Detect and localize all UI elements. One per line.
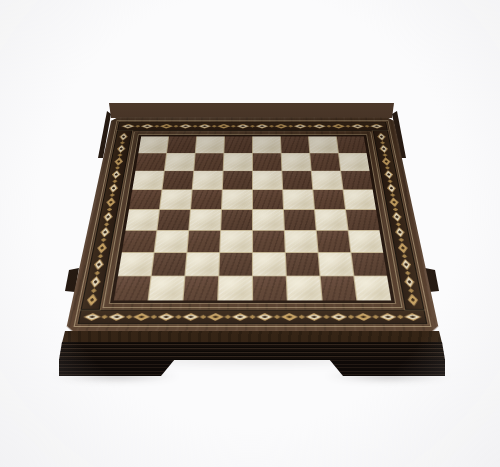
square-f8[interactable] <box>281 136 309 152</box>
inlay-dot-icon <box>125 315 132 319</box>
square-g5[interactable] <box>313 190 345 209</box>
square-d2[interactable] <box>219 253 252 276</box>
inlay-diamond-icon <box>116 145 126 153</box>
inlay-diamond-icon <box>89 276 101 288</box>
square-e7[interactable] <box>253 153 281 170</box>
inlay-dot-icon <box>395 222 401 226</box>
inlay-diamond-icon <box>403 313 422 321</box>
square-e1[interactable] <box>253 276 287 300</box>
inlay-dot-icon <box>104 222 110 226</box>
inlay-dot-icon <box>364 125 370 128</box>
inlay-diamond-icon <box>119 133 129 141</box>
inlay-dot-icon <box>288 125 293 128</box>
inlay-diamond-icon <box>255 124 268 129</box>
inlay-dot-icon <box>382 153 387 156</box>
board-shadow-left-foot <box>54 370 178 382</box>
square-h2[interactable] <box>351 253 387 276</box>
inlay-diamond-icon <box>400 259 412 270</box>
inlay-dot-icon <box>112 179 118 183</box>
inlay-dot-icon <box>401 254 407 258</box>
inlay-dot-icon <box>385 166 390 170</box>
inlay-diamond-icon <box>274 124 288 129</box>
inlay-diamond-icon <box>384 170 394 179</box>
board-shadow-center <box>70 354 435 366</box>
inlay-diamond-icon <box>330 313 348 321</box>
inlay-diamond-icon <box>403 276 415 288</box>
inlay-diamond-icon <box>93 259 105 270</box>
inlay-dot-icon <box>192 125 198 128</box>
square-c6[interactable] <box>193 171 223 189</box>
inlay-diamond-icon <box>381 157 391 166</box>
inlay-diamond-icon <box>114 157 124 166</box>
square-e2[interactable] <box>253 253 286 276</box>
square-b2[interactable] <box>152 253 187 276</box>
inlay-diamond-icon <box>293 124 307 129</box>
square-a6[interactable] <box>132 171 163 189</box>
inlay-dot-icon <box>97 254 103 258</box>
square-b8[interactable] <box>167 136 196 152</box>
inlay-dot-icon <box>175 315 182 319</box>
inlay-dot-icon <box>298 315 305 319</box>
inlay-diamond-icon <box>111 170 121 179</box>
inlay-diamond-icon <box>140 124 154 129</box>
inlay-diamond-icon <box>391 212 402 222</box>
square-a2[interactable] <box>118 253 154 276</box>
inlay-dot-icon <box>408 288 414 293</box>
square-f2[interactable] <box>286 253 320 276</box>
inlay-dot-icon <box>393 207 399 211</box>
inlay-diamond-icon <box>108 313 126 321</box>
inlay-dot-icon <box>91 288 97 293</box>
square-h8[interactable] <box>337 136 367 152</box>
inlay-diamond-icon <box>105 197 116 207</box>
inlay-dot-icon <box>173 125 179 128</box>
inlay-diamond-icon <box>236 124 249 129</box>
inlay-diamond-icon <box>198 124 212 129</box>
square-h4[interactable] <box>346 210 379 230</box>
inlay-diamond-icon <box>86 294 98 306</box>
square-h5[interactable] <box>344 190 376 209</box>
square-e5[interactable] <box>253 190 283 209</box>
board-top-face <box>65 117 439 332</box>
square-b6[interactable] <box>163 171 194 189</box>
inlay-diamond-icon <box>370 124 384 129</box>
inlay-diamond-icon <box>305 313 323 321</box>
square-f6[interactable] <box>282 171 312 189</box>
inlay-dot-icon <box>269 125 274 128</box>
square-h6[interactable] <box>341 171 372 189</box>
inlay-dot-icon <box>94 271 100 276</box>
square-a8[interactable] <box>138 136 168 152</box>
square-c3[interactable] <box>187 231 220 252</box>
inlay-diamond-icon <box>351 124 365 129</box>
square-a5[interactable] <box>129 190 161 209</box>
board-frame <box>65 117 439 332</box>
inlay-dot-icon <box>380 141 385 144</box>
inlay-diamond-icon <box>256 313 273 321</box>
square-g7[interactable] <box>310 153 340 170</box>
inlay-dot-icon <box>115 166 120 170</box>
square-e6[interactable] <box>253 171 282 189</box>
inlay-dot-icon <box>249 315 256 319</box>
inlay-band-bottom <box>78 310 428 325</box>
inlay-dot-icon <box>109 193 115 197</box>
inlay-dot-icon <box>200 315 207 319</box>
square-c2[interactable] <box>186 253 220 276</box>
square-f1[interactable] <box>287 276 322 300</box>
inlay-diamond-icon <box>394 227 405 237</box>
square-g6[interactable] <box>312 171 343 189</box>
inlay-dot-icon <box>397 315 405 319</box>
square-e8[interactable] <box>253 136 281 152</box>
inlay-dot-icon <box>117 153 122 156</box>
inlay-diamond-icon <box>397 243 409 254</box>
inlay-diamond-icon <box>332 124 346 129</box>
inlay-band-top <box>117 122 388 131</box>
inlay-dot-icon <box>347 315 354 319</box>
square-d5[interactable] <box>222 190 252 209</box>
square-e3[interactable] <box>253 231 285 252</box>
inlay-diamond-icon <box>108 183 119 192</box>
square-b1[interactable] <box>149 276 185 300</box>
square-g3[interactable] <box>317 231 351 252</box>
square-h1[interactable] <box>354 276 391 300</box>
inlay-dot-icon <box>231 125 236 128</box>
inlay-dot-icon <box>224 315 231 319</box>
inlay-dot-icon <box>250 125 255 128</box>
square-d6[interactable] <box>223 171 252 189</box>
square-c4[interactable] <box>189 210 221 230</box>
inlay-dot-icon <box>154 125 160 128</box>
chessboard-grid <box>114 136 391 300</box>
inlay-dot-icon <box>405 271 411 276</box>
inlay-diamond-icon <box>379 145 389 153</box>
square-d3[interactable] <box>220 231 252 252</box>
square-c5[interactable] <box>191 190 222 209</box>
inlay-diamond-icon <box>83 313 102 321</box>
inlay-dot-icon <box>345 125 351 128</box>
square-g1[interactable] <box>321 276 357 300</box>
square-c7[interactable] <box>194 153 223 170</box>
inlay-dot-icon <box>390 193 396 197</box>
inlay-diamond-icon <box>379 313 397 321</box>
inlay-diamond-icon <box>121 124 135 129</box>
inlay-diamond-icon <box>159 124 173 129</box>
square-f4[interactable] <box>284 210 316 230</box>
square-c1[interactable] <box>183 276 218 300</box>
square-g2[interactable] <box>319 253 354 276</box>
inlay-dot-icon <box>135 125 141 128</box>
inlay-diamond-icon <box>179 124 193 129</box>
inlay-dot-icon <box>387 179 393 183</box>
square-a3[interactable] <box>122 231 156 252</box>
inlay-dot-icon <box>398 238 404 242</box>
board-shadow-right-foot <box>326 370 450 382</box>
inlay-dot-icon <box>326 125 332 128</box>
square-d8[interactable] <box>224 136 252 152</box>
square-e4[interactable] <box>253 210 284 230</box>
inlay-dot-icon <box>107 207 113 211</box>
inlay-diamond-icon <box>377 133 387 141</box>
inlay-dot-icon <box>323 315 330 319</box>
square-a7[interactable] <box>135 153 166 170</box>
inlay-dot-icon <box>101 238 107 242</box>
inlay-diamond-icon <box>354 313 372 321</box>
board-photo-scene <box>0 0 500 467</box>
inlay-diamond-icon <box>132 313 150 321</box>
inlay-diamond-icon <box>231 313 248 321</box>
inlay-diamond-icon <box>157 313 175 321</box>
square-d1[interactable] <box>218 276 252 300</box>
square-b7[interactable] <box>165 153 195 170</box>
inlay-diamond-icon <box>217 124 231 129</box>
square-d7[interactable] <box>224 153 252 170</box>
inlay-diamond-icon <box>182 313 200 321</box>
inlay-dot-icon <box>120 141 125 144</box>
square-d4[interactable] <box>221 210 252 230</box>
inlay-diamond-icon <box>99 227 110 237</box>
inlay-dot-icon <box>372 315 379 319</box>
inlay-diamond-icon <box>386 183 397 192</box>
inlay-diamond-icon <box>312 124 326 129</box>
square-h7[interactable] <box>339 153 370 170</box>
inlay-dot-icon <box>274 315 281 319</box>
inlay-dot-icon <box>101 315 109 319</box>
inlay-dot-icon <box>307 125 313 128</box>
inlay-diamond-icon <box>207 313 225 321</box>
square-g8[interactable] <box>309 136 338 152</box>
inlay-dot-icon <box>211 125 216 128</box>
inlay-diamond-icon <box>103 212 114 222</box>
inlay-diamond-icon <box>281 313 299 321</box>
square-f5[interactable] <box>283 190 314 209</box>
square-f7[interactable] <box>282 153 311 170</box>
square-b5[interactable] <box>160 190 192 209</box>
square-f3[interactable] <box>285 231 318 252</box>
square-h3[interactable] <box>349 231 383 252</box>
inlay-diamond-icon <box>407 294 419 306</box>
square-b3[interactable] <box>155 231 189 252</box>
square-a4[interactable] <box>126 210 159 230</box>
inlay-diamond-icon <box>389 197 400 207</box>
square-c8[interactable] <box>196 136 224 152</box>
square-g4[interactable] <box>315 210 348 230</box>
square-b4[interactable] <box>157 210 190 230</box>
inlay-dot-icon <box>150 315 157 319</box>
inlay-diamond-icon <box>96 243 108 254</box>
square-a1[interactable] <box>114 276 151 300</box>
